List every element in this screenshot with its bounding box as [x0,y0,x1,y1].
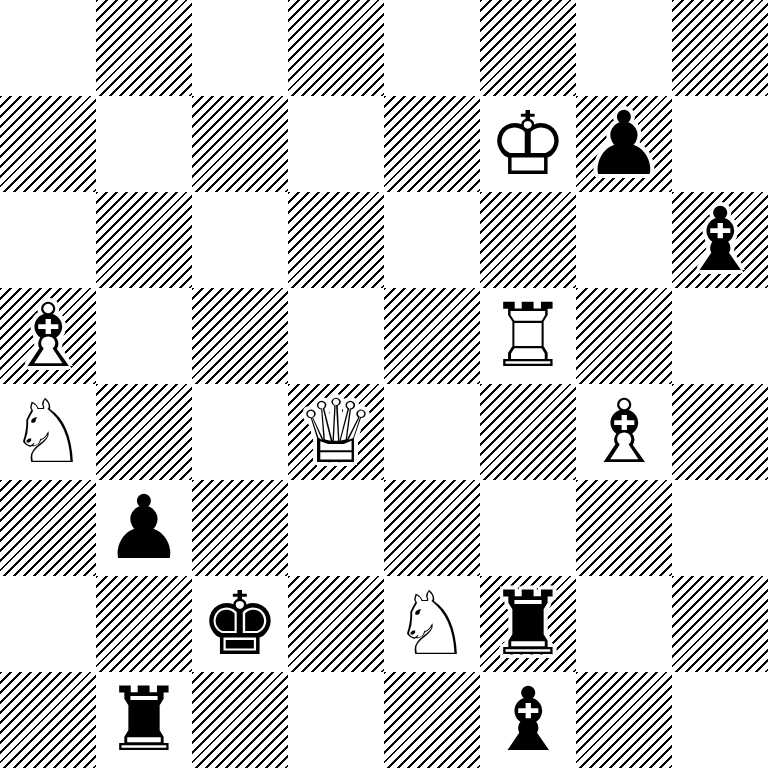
square-e3[interactable] [384,480,480,576]
square-f4[interactable] [480,384,576,480]
square-h4[interactable] [672,384,768,480]
white-king[interactable]: ♚♔ [480,96,576,192]
white-bishop[interactable]: ♝♗ [0,288,96,384]
square-a2[interactable] [0,576,96,672]
square-b6[interactable] [96,192,192,288]
black-king[interactable]: ♚♚ [192,576,288,672]
white-bishop[interactable]: ♝♗ [576,384,672,480]
square-g2[interactable] [576,576,672,672]
square-c2[interactable]: ♚♚ [192,576,288,672]
piece-glyph: ♕ [288,384,384,480]
square-c7[interactable] [192,96,288,192]
square-h6[interactable]: ♝♝ [672,192,768,288]
square-e4[interactable] [384,384,480,480]
piece-glyph: ♗ [0,288,96,384]
square-g8[interactable] [576,0,672,96]
piece-glyph: ♟ [96,480,192,576]
piece-glyph: ♚ [192,576,288,672]
square-e8[interactable] [384,0,480,96]
square-e5[interactable] [384,288,480,384]
square-f6[interactable] [480,192,576,288]
square-b2[interactable] [96,576,192,672]
black-bishop[interactable]: ♝♝ [672,192,768,288]
square-f8[interactable] [480,0,576,96]
square-d1[interactable] [288,672,384,768]
piece-glyph: ♝ [672,192,768,288]
square-h5[interactable] [672,288,768,384]
square-h8[interactable] [672,0,768,96]
square-f7[interactable]: ♚♔ [480,96,576,192]
square-b8[interactable] [96,0,192,96]
piece-glyph: ♟ [576,96,672,192]
square-d5[interactable] [288,288,384,384]
square-h2[interactable] [672,576,768,672]
square-b1[interactable]: ♜♜ [96,672,192,768]
square-a5[interactable]: ♝♗ [0,288,96,384]
square-b4[interactable] [96,384,192,480]
square-c4[interactable] [192,384,288,480]
piece-glyph: ♗ [576,384,672,480]
piece-glyph: ♘ [0,384,96,480]
piece-glyph: ♜ [480,576,576,672]
square-f3[interactable] [480,480,576,576]
square-c5[interactable] [192,288,288,384]
square-a1[interactable] [0,672,96,768]
square-e2[interactable]: ♞♘ [384,576,480,672]
piece-glyph: ♘ [384,576,480,672]
square-g5[interactable] [576,288,672,384]
square-a4[interactable]: ♞♘ [0,384,96,480]
square-c1[interactable] [192,672,288,768]
chess-board: ♚♔♟♟♝♝♝♗♜♖♞♘♛♕♝♗♟♟♚♚♞♘♜♜♜♜♝♝ [0,0,768,768]
square-a3[interactable] [0,480,96,576]
square-g4[interactable]: ♝♗ [576,384,672,480]
white-knight[interactable]: ♞♘ [384,576,480,672]
square-a6[interactable] [0,192,96,288]
square-d8[interactable] [288,0,384,96]
square-g3[interactable] [576,480,672,576]
black-pawn[interactable]: ♟♟ [96,480,192,576]
square-e6[interactable] [384,192,480,288]
square-d4[interactable]: ♛♕ [288,384,384,480]
square-f1[interactable]: ♝♝ [480,672,576,768]
piece-glyph: ♜ [96,672,192,768]
square-c3[interactable] [192,480,288,576]
square-g6[interactable] [576,192,672,288]
square-h1[interactable] [672,672,768,768]
square-c6[interactable] [192,192,288,288]
black-rook[interactable]: ♜♜ [480,576,576,672]
white-rook[interactable]: ♜♖ [480,288,576,384]
square-a7[interactable] [0,96,96,192]
square-h7[interactable] [672,96,768,192]
square-b3[interactable]: ♟♟ [96,480,192,576]
white-knight[interactable]: ♞♘ [0,384,96,480]
square-h3[interactable] [672,480,768,576]
square-a8[interactable] [0,0,96,96]
square-d7[interactable] [288,96,384,192]
square-f5[interactable]: ♜♖ [480,288,576,384]
piece-glyph: ♖ [480,288,576,384]
black-bishop[interactable]: ♝♝ [480,672,576,768]
square-g1[interactable] [576,672,672,768]
square-c8[interactable] [192,0,288,96]
piece-glyph: ♔ [480,96,576,192]
black-pawn[interactable]: ♟♟ [576,96,672,192]
square-b5[interactable] [96,288,192,384]
square-d2[interactable] [288,576,384,672]
square-b7[interactable] [96,96,192,192]
square-d3[interactable] [288,480,384,576]
square-e7[interactable] [384,96,480,192]
black-rook[interactable]: ♜♜ [96,672,192,768]
white-queen[interactable]: ♛♕ [288,384,384,480]
square-f2[interactable]: ♜♜ [480,576,576,672]
square-g7[interactable]: ♟♟ [576,96,672,192]
piece-glyph: ♝ [480,672,576,768]
square-e1[interactable] [384,672,480,768]
square-d6[interactable] [288,192,384,288]
